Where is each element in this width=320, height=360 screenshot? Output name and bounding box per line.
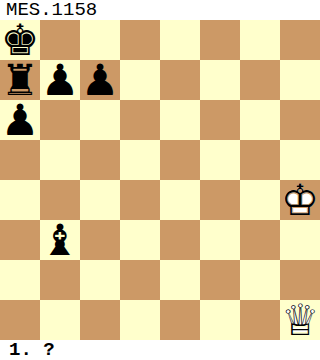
square-f5[interactable] <box>200 140 240 180</box>
diagram-title: MES.1158 <box>0 0 320 20</box>
black-bishop-piece: ♝ <box>40 220 80 260</box>
square-d7[interactable] <box>120 60 160 100</box>
square-f7[interactable] <box>200 60 240 100</box>
square-a6[interactable]: ♟ <box>0 100 40 140</box>
square-e4[interactable] <box>160 180 200 220</box>
square-d8[interactable] <box>120 20 160 60</box>
black-rook-piece: ♜ <box>0 60 40 100</box>
white-king-outline-glyph: ♔ <box>280 180 320 220</box>
square-a4[interactable] <box>0 180 40 220</box>
square-d4[interactable] <box>120 180 160 220</box>
square-c3[interactable] <box>80 220 120 260</box>
black-pawn-glyph: ♟ <box>0 100 40 140</box>
square-c4[interactable] <box>80 180 120 220</box>
chess-board: ♚♜♟♟♟♚♔♝♛♕ <box>0 20 320 340</box>
square-g1[interactable] <box>240 300 280 340</box>
square-a1[interactable] <box>0 300 40 340</box>
square-h8[interactable] <box>280 20 320 60</box>
black-king-glyph: ♚ <box>0 20 40 60</box>
square-g7[interactable] <box>240 60 280 100</box>
square-b2[interactable] <box>40 260 80 300</box>
square-d5[interactable] <box>120 140 160 180</box>
square-b7[interactable]: ♟ <box>40 60 80 100</box>
square-c1[interactable] <box>80 300 120 340</box>
square-h2[interactable] <box>280 260 320 300</box>
square-a2[interactable] <box>0 260 40 300</box>
square-c5[interactable] <box>80 140 120 180</box>
square-e3[interactable] <box>160 220 200 260</box>
square-e7[interactable] <box>160 60 200 100</box>
square-b3[interactable]: ♝ <box>40 220 80 260</box>
black-pawn-glyph: ♟ <box>40 60 80 100</box>
square-e8[interactable] <box>160 20 200 60</box>
square-g6[interactable] <box>240 100 280 140</box>
square-f4[interactable] <box>200 180 240 220</box>
square-d2[interactable] <box>120 260 160 300</box>
square-f2[interactable] <box>200 260 240 300</box>
square-a7[interactable]: ♜ <box>0 60 40 100</box>
move-prompt: 1. ? <box>0 340 320 360</box>
square-h1[interactable]: ♛♕ <box>280 300 320 340</box>
square-g8[interactable] <box>240 20 280 60</box>
square-c2[interactable] <box>80 260 120 300</box>
square-a5[interactable] <box>0 140 40 180</box>
black-pawn-piece: ♟ <box>40 60 80 100</box>
square-g5[interactable] <box>240 140 280 180</box>
chess-puzzle-window: MES.1158 ♚♜♟♟♟♚♔♝♛♕ 1. ? <box>0 0 320 360</box>
square-h6[interactable] <box>280 100 320 140</box>
square-c6[interactable] <box>80 100 120 140</box>
square-g4[interactable] <box>240 180 280 220</box>
square-e2[interactable] <box>160 260 200 300</box>
square-h7[interactable] <box>280 60 320 100</box>
square-b6[interactable] <box>40 100 80 140</box>
square-e6[interactable] <box>160 100 200 140</box>
square-e5[interactable] <box>160 140 200 180</box>
square-a3[interactable] <box>0 220 40 260</box>
square-a8[interactable]: ♚ <box>0 20 40 60</box>
black-pawn-glyph: ♟ <box>80 60 120 100</box>
square-b4[interactable] <box>40 180 80 220</box>
white-queen-outline-glyph: ♕ <box>280 300 320 340</box>
square-g2[interactable] <box>240 260 280 300</box>
square-b5[interactable] <box>40 140 80 180</box>
square-h3[interactable] <box>280 220 320 260</box>
white-queen-piece: ♛♕ <box>280 300 320 340</box>
black-pawn-piece: ♟ <box>80 60 120 100</box>
square-f1[interactable] <box>200 300 240 340</box>
square-h5[interactable] <box>280 140 320 180</box>
square-b8[interactable] <box>40 20 80 60</box>
square-c7[interactable]: ♟ <box>80 60 120 100</box>
square-f3[interactable] <box>200 220 240 260</box>
square-e1[interactable] <box>160 300 200 340</box>
black-king-piece: ♚ <box>0 20 40 60</box>
black-bishop-glyph: ♝ <box>40 220 80 260</box>
square-f6[interactable] <box>200 100 240 140</box>
square-f8[interactable] <box>200 20 240 60</box>
square-c8[interactable] <box>80 20 120 60</box>
black-rook-glyph: ♜ <box>0 60 40 100</box>
square-b1[interactable] <box>40 300 80 340</box>
white-king-piece: ♚♔ <box>280 180 320 220</box>
square-h4[interactable]: ♚♔ <box>280 180 320 220</box>
black-pawn-piece: ♟ <box>0 100 40 140</box>
square-d1[interactable] <box>120 300 160 340</box>
square-d6[interactable] <box>120 100 160 140</box>
square-g3[interactable] <box>240 220 280 260</box>
square-d3[interactable] <box>120 220 160 260</box>
